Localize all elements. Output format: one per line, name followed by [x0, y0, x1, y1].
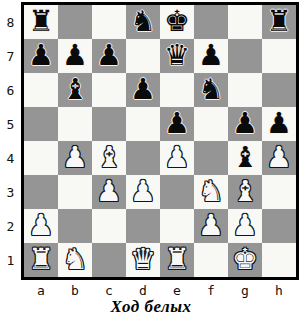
- square-g8[interactable]: [228, 5, 262, 39]
- black-pawn-icon: ♟: [24, 39, 58, 73]
- square-f6[interactable]: ♞: [194, 73, 228, 107]
- white-pawn-icon: ♟: [58, 141, 92, 175]
- white-pawn-icon: ♟: [24, 209, 58, 243]
- black-rook-icon: ♜: [262, 5, 296, 39]
- square-e3[interactable]: [160, 175, 194, 209]
- black-king-icon: ♚: [160, 5, 194, 39]
- rank-label-5: 5: [0, 107, 21, 141]
- chess-board: ♜♞♚♜♟♟♟♛♟♝♟♞♟♟♟♟♝♟♝♟♟♟♞♝♟♟♟♜♞♛♜♚: [21, 2, 299, 280]
- square-g1[interactable]: ♚: [228, 243, 262, 277]
- rank-labels: 87654321: [0, 5, 21, 277]
- file-labels: abcdefgh: [24, 283, 296, 298]
- white-pawn-icon: ♟: [92, 175, 126, 209]
- square-a2[interactable]: ♟: [24, 209, 58, 243]
- file-label-d: d: [126, 283, 160, 298]
- white-pawn-icon: ♟: [228, 209, 262, 243]
- square-b7[interactable]: ♟: [58, 39, 92, 73]
- square-f8[interactable]: [194, 5, 228, 39]
- square-e4[interactable]: ♟: [160, 141, 194, 175]
- file-label-b: b: [58, 283, 92, 298]
- square-d2[interactable]: [126, 209, 160, 243]
- square-c5[interactable]: [92, 107, 126, 141]
- white-knight-icon: ♞: [58, 243, 92, 277]
- black-knight-icon: ♞: [126, 5, 160, 39]
- square-d8[interactable]: ♞: [126, 5, 160, 39]
- square-d3[interactable]: ♟: [126, 175, 160, 209]
- square-g3[interactable]: ♝: [228, 175, 262, 209]
- square-f7[interactable]: ♟: [194, 39, 228, 73]
- file-label-f: f: [194, 283, 228, 298]
- white-pawn-icon: ♟: [126, 175, 160, 209]
- square-a4[interactable]: [24, 141, 58, 175]
- square-g7[interactable]: [228, 39, 262, 73]
- rank-label-7: 7: [0, 39, 21, 73]
- black-pawn-icon: ♟: [194, 39, 228, 73]
- black-pawn-icon: ♟: [126, 73, 160, 107]
- square-d5[interactable]: [126, 107, 160, 141]
- square-h7[interactable]: [262, 39, 296, 73]
- black-rook-icon: ♜: [24, 5, 58, 39]
- file-label-e: e: [160, 283, 194, 298]
- white-king-icon: ♚: [228, 243, 262, 277]
- rank-label-6: 6: [0, 73, 21, 107]
- square-b4[interactable]: ♟: [58, 141, 92, 175]
- square-b5[interactable]: [58, 107, 92, 141]
- white-pawn-icon: ♟: [160, 141, 194, 175]
- black-pawn-icon: ♟: [58, 39, 92, 73]
- square-h4[interactable]: ♟: [262, 141, 296, 175]
- black-pawn-icon: ♟: [92, 39, 126, 73]
- file-label-a: a: [24, 283, 58, 298]
- square-d4[interactable]: [126, 141, 160, 175]
- square-f3[interactable]: ♞: [194, 175, 228, 209]
- square-a6[interactable]: [24, 73, 58, 107]
- square-c8[interactable]: [92, 5, 126, 39]
- square-b6[interactable]: ♝: [58, 73, 92, 107]
- square-g5[interactable]: ♟: [228, 107, 262, 141]
- square-d1[interactable]: ♛: [126, 243, 160, 277]
- black-bishop-icon: ♝: [58, 73, 92, 107]
- rank-label-4: 4: [0, 141, 21, 175]
- square-e7[interactable]: ♛: [160, 39, 194, 73]
- square-c7[interactable]: ♟: [92, 39, 126, 73]
- square-b1[interactable]: ♞: [58, 243, 92, 277]
- black-bishop-icon: ♝: [228, 141, 262, 175]
- square-e2[interactable]: [160, 209, 194, 243]
- square-f4[interactable]: [194, 141, 228, 175]
- rank-label-2: 2: [0, 209, 21, 243]
- chess-diagram-page: 87654321 ♜♞♚♜♟♟♟♛♟♝♟♞♟♟♟♟♝♟♝♟♟♟♞♝♟♟♟♜♞♛♜…: [0, 0, 302, 320]
- square-e8[interactable]: ♚: [160, 5, 194, 39]
- square-h2[interactable]: [262, 209, 296, 243]
- square-h8[interactable]: ♜: [262, 5, 296, 39]
- black-pawn-icon: ♟: [160, 107, 194, 141]
- square-a5[interactable]: [24, 107, 58, 141]
- white-bishop-icon: ♝: [228, 175, 262, 209]
- rank-label-8: 8: [0, 5, 21, 39]
- square-a8[interactable]: ♜: [24, 5, 58, 39]
- white-rook-icon: ♜: [160, 243, 194, 277]
- square-f2[interactable]: ♟: [194, 209, 228, 243]
- file-label-c: c: [92, 283, 126, 298]
- square-c1[interactable]: [92, 243, 126, 277]
- square-b2[interactable]: [58, 209, 92, 243]
- white-queen-icon: ♛: [126, 243, 160, 277]
- square-c3[interactable]: ♟: [92, 175, 126, 209]
- black-knight-icon: ♞: [194, 73, 228, 107]
- white-pawn-icon: ♟: [194, 209, 228, 243]
- square-b3[interactable]: [58, 175, 92, 209]
- square-d7[interactable]: [126, 39, 160, 73]
- square-c2[interactable]: [92, 209, 126, 243]
- white-pawn-icon: ♟: [262, 141, 296, 175]
- white-rook-icon: ♜: [24, 243, 58, 277]
- square-d6[interactable]: ♟: [126, 73, 160, 107]
- square-g2[interactable]: ♟: [228, 209, 262, 243]
- square-e1[interactable]: ♜: [160, 243, 194, 277]
- file-label-h: h: [262, 283, 296, 298]
- square-c4[interactable]: ♝: [92, 141, 126, 175]
- rank-label-1: 1: [0, 243, 21, 277]
- black-queen-icon: ♛: [160, 39, 194, 73]
- square-a3[interactable]: [24, 175, 58, 209]
- black-pawn-icon: ♟: [228, 107, 262, 141]
- black-pawn-icon: ♟: [262, 107, 296, 141]
- square-e6[interactable]: [160, 73, 194, 107]
- square-a7[interactable]: ♟: [24, 39, 58, 73]
- square-f5[interactable]: [194, 107, 228, 141]
- move-indicator-caption: Ход белых: [0, 297, 302, 317]
- square-h6[interactable]: [262, 73, 296, 107]
- square-e5[interactable]: ♟: [160, 107, 194, 141]
- file-label-g: g: [228, 283, 262, 298]
- square-g4[interactable]: ♝: [228, 141, 262, 175]
- rank-label-3: 3: [0, 175, 21, 209]
- square-b8[interactable]: [58, 5, 92, 39]
- square-f1[interactable]: [194, 243, 228, 277]
- white-knight-icon: ♞: [194, 175, 228, 209]
- square-h3[interactable]: [262, 175, 296, 209]
- square-g6[interactable]: [228, 73, 262, 107]
- white-bishop-icon: ♝: [92, 141, 126, 175]
- square-h5[interactable]: ♟: [262, 107, 296, 141]
- square-c6[interactable]: [92, 73, 126, 107]
- square-h1[interactable]: [262, 243, 296, 277]
- square-a1[interactable]: ♜: [24, 243, 58, 277]
